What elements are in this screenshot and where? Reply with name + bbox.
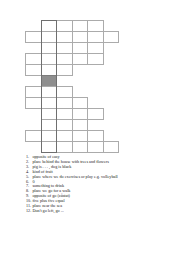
crossword-cell[interactable]	[41, 141, 58, 153]
crossword-cell[interactable]	[25, 97, 42, 109]
crossword-cell[interactable]	[103, 31, 120, 43]
crossword-cell[interactable]	[87, 53, 104, 65]
crossword-cell[interactable]	[56, 64, 73, 76]
clue-item: 12.Don't go left, go ...	[26, 209, 174, 214]
crossword-cell[interactable]	[72, 141, 89, 153]
crossword-grid	[25, 20, 145, 154]
crossword-cell[interactable]	[56, 141, 73, 153]
crossword-cell[interactable]	[87, 108, 104, 120]
clue-list: 1.opposite of easy2.place behind the hou…	[26, 155, 174, 214]
crossword-cell[interactable]	[87, 141, 104, 153]
crossword-cell[interactable]	[72, 53, 89, 65]
crossword-cell[interactable]	[25, 31, 42, 43]
clue-number: 12.	[26, 209, 31, 214]
crossword-cell[interactable]	[25, 64, 42, 76]
crossword-cell[interactable]	[25, 130, 42, 142]
clue-text: Don't go left, go ...	[32, 209, 63, 214]
clue-text: place where we do exercises or play e.g.…	[32, 175, 117, 180]
crossword-cell[interactable]	[103, 141, 120, 153]
worksheet-page: 1.opposite of easy2.place behind the hou…	[0, 0, 180, 256]
